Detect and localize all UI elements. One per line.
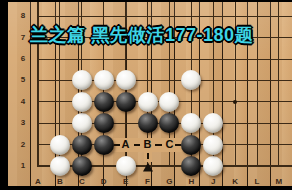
stone-black-C1[interactable] bbox=[72, 156, 92, 176]
row-label-6: 6 bbox=[21, 55, 25, 63]
connector-dash-2 bbox=[155, 144, 162, 146]
stone-black-F3[interactable] bbox=[138, 113, 158, 133]
col-label-K: K bbox=[232, 178, 238, 186]
connector-dash-1 bbox=[134, 144, 141, 146]
stone-black-D4[interactable] bbox=[94, 92, 114, 112]
col-label-C: C bbox=[79, 178, 85, 186]
point-label-A: A bbox=[122, 139, 130, 150]
stone-white-J2[interactable] bbox=[203, 135, 223, 155]
col-label-F: F bbox=[145, 178, 150, 186]
letterbox-left bbox=[0, 0, 8, 190]
stone-white-B2[interactable] bbox=[50, 135, 70, 155]
col-label-H: H bbox=[188, 178, 194, 186]
stone-black-D2[interactable] bbox=[94, 135, 114, 155]
row-label-5: 5 bbox=[21, 76, 25, 84]
stone-white-E1[interactable] bbox=[116, 156, 136, 176]
video-frame: ABC12345678ABCDEFGHJKLM 兰之篇 黑先做活177-180题 bbox=[0, 0, 292, 190]
star-point-K4 bbox=[233, 100, 237, 104]
grid-hline-6 bbox=[37, 59, 292, 60]
letterbox-top bbox=[0, 0, 292, 2]
col-label-E: E bbox=[123, 178, 128, 186]
col-label-M: M bbox=[276, 178, 283, 186]
col-label-G: G bbox=[166, 178, 172, 186]
connector-dash-3 bbox=[175, 144, 181, 146]
connector-dash-0 bbox=[114, 144, 120, 146]
stone-black-H2[interactable] bbox=[181, 135, 201, 155]
col-label-B: B bbox=[57, 178, 63, 186]
point-label-B: B bbox=[144, 139, 152, 150]
grid-hline-8 bbox=[37, 16, 292, 17]
stone-white-E5[interactable] bbox=[116, 70, 136, 90]
stone-white-D5[interactable] bbox=[94, 70, 114, 90]
row-label-7: 7 bbox=[21, 34, 25, 42]
stone-black-C2[interactable] bbox=[72, 135, 92, 155]
connector-dash-v bbox=[147, 153, 149, 159]
triangle-marker-F1 bbox=[143, 162, 153, 171]
row-label-3: 3 bbox=[21, 119, 25, 127]
stone-black-E4[interactable] bbox=[116, 92, 136, 112]
stone-black-D3[interactable] bbox=[94, 113, 114, 133]
stone-white-C4[interactable] bbox=[72, 92, 92, 112]
col-label-L: L bbox=[255, 178, 260, 186]
col-label-A: A bbox=[35, 178, 41, 186]
letterbox-bottom bbox=[0, 186, 292, 190]
row-label-8: 8 bbox=[21, 12, 25, 20]
row-label-1: 1 bbox=[21, 162, 25, 170]
stone-white-B1[interactable] bbox=[50, 156, 70, 176]
stone-white-F4[interactable] bbox=[138, 92, 158, 112]
row-label-4: 4 bbox=[21, 98, 25, 106]
point-label-C: C bbox=[165, 139, 173, 150]
stone-white-C3[interactable] bbox=[72, 113, 92, 133]
page-title: 兰之篇 黑先做活177-180题 bbox=[30, 23, 292, 47]
row-label-2: 2 bbox=[21, 141, 25, 149]
col-label-J: J bbox=[211, 178, 215, 186]
col-label-D: D bbox=[101, 178, 107, 186]
